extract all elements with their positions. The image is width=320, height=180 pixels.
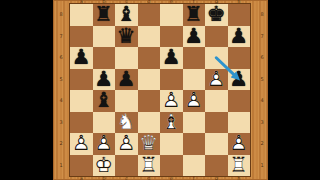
square-g2[interactable] xyxy=(205,133,228,155)
square-b4[interactable]: ♝ xyxy=(93,90,116,112)
square-f5[interactable] xyxy=(183,69,206,91)
black-piece-fill: ♝ xyxy=(115,4,138,26)
square-f2[interactable] xyxy=(183,133,206,155)
square-g8[interactable]: ♚ xyxy=(205,4,228,26)
square-d8[interactable] xyxy=(138,4,161,26)
square-a2[interactable]: ♟♙ xyxy=(70,133,93,155)
piece-black-pawn[interactable]: ♟ xyxy=(183,26,206,48)
white-piece-outline: ♙ xyxy=(183,90,206,112)
square-b1[interactable]: ♚♔ xyxy=(93,155,116,177)
square-d5[interactable] xyxy=(138,69,161,91)
square-e1[interactable] xyxy=(160,155,183,177)
white-piece-outline: ♕ xyxy=(138,133,161,155)
white-piece-outline: ♘ xyxy=(115,112,138,134)
square-e2[interactable] xyxy=(160,133,183,155)
square-g6[interactable] xyxy=(205,47,228,69)
piece-white-knight[interactable]: ♞♘ xyxy=(115,112,138,134)
piece-white-bishop[interactable]: ♝♗ xyxy=(160,112,183,134)
square-d7[interactable] xyxy=(138,26,161,48)
black-piece-fill: ♟ xyxy=(228,69,251,91)
black-piece-fill: ♛ xyxy=(115,26,138,48)
square-b2[interactable]: ♟♙ xyxy=(93,133,116,155)
piece-white-rook[interactable]: ♜♖ xyxy=(138,155,161,177)
square-h1[interactable]: ♜♖ xyxy=(228,155,251,177)
piece-white-pawn[interactable]: ♟♙ xyxy=(228,133,251,155)
piece-white-pawn[interactable]: ♟♙ xyxy=(205,69,228,91)
square-h2[interactable]: ♟♙ xyxy=(228,133,251,155)
square-f7[interactable]: ♟ xyxy=(183,26,206,48)
square-e6[interactable]: ♟ xyxy=(160,47,183,69)
piece-white-pawn[interactable]: ♟♙ xyxy=(93,133,116,155)
square-b3[interactable] xyxy=(93,112,116,134)
chess-board[interactable]: ♜♝♜♚♛♟♟♟♟♟♟♟♙♟♝♟♙♟♙♞♘♝♗♟♙♟♙♟♙♛♕♟♙♚♔♜♖♜♖ xyxy=(70,4,250,176)
square-c4[interactable] xyxy=(115,90,138,112)
square-a8[interactable] xyxy=(70,4,93,26)
piece-black-pawn[interactable]: ♟ xyxy=(115,69,138,91)
piece-black-rook[interactable]: ♜ xyxy=(93,4,116,26)
piece-black-pawn[interactable]: ♟ xyxy=(70,47,93,69)
white-piece-outline: ♙ xyxy=(160,90,183,112)
square-a6[interactable]: ♟ xyxy=(70,47,93,69)
square-e5[interactable] xyxy=(160,69,183,91)
piece-black-bishop[interactable]: ♝ xyxy=(93,90,116,112)
square-b8[interactable]: ♜ xyxy=(93,4,116,26)
black-piece-fill: ♟ xyxy=(115,69,138,91)
square-c3[interactable]: ♞♘ xyxy=(115,112,138,134)
black-piece-fill: ♟ xyxy=(183,26,206,48)
square-g5[interactable]: ♟♙ xyxy=(205,69,228,91)
black-piece-fill: ♜ xyxy=(183,4,206,26)
piece-white-pawn[interactable]: ♟♙ xyxy=(160,90,183,112)
square-f3[interactable] xyxy=(183,112,206,134)
square-a5[interactable] xyxy=(70,69,93,91)
square-d6[interactable] xyxy=(138,47,161,69)
piece-black-pawn[interactable]: ♟ xyxy=(160,47,183,69)
black-piece-fill: ♟ xyxy=(228,26,251,48)
black-piece-fill: ♟ xyxy=(160,47,183,69)
square-b7[interactable] xyxy=(93,26,116,48)
square-a3[interactable] xyxy=(70,112,93,134)
piece-white-rook[interactable]: ♜♖ xyxy=(228,155,251,177)
black-piece-fill: ♟ xyxy=(93,69,116,91)
square-g3[interactable] xyxy=(205,112,228,134)
square-e8[interactable] xyxy=(160,4,183,26)
square-g7[interactable] xyxy=(205,26,228,48)
square-e4[interactable]: ♟♙ xyxy=(160,90,183,112)
square-a1[interactable] xyxy=(70,155,93,177)
square-f8[interactable]: ♜ xyxy=(183,4,206,26)
chess-app-stage: ♜♝♜♚♛♟♟♟♟♟♟♟♙♟♝♟♙♟♙♞♘♝♗♟♙♟♙♟♙♛♕♟♙♚♔♜♖♜♖ … xyxy=(0,0,320,180)
piece-black-king[interactable]: ♚ xyxy=(205,4,228,26)
square-d1[interactable]: ♜♖ xyxy=(138,155,161,177)
square-b5[interactable]: ♟ xyxy=(93,69,116,91)
square-f1[interactable] xyxy=(183,155,206,177)
black-piece-fill: ♝ xyxy=(93,90,116,112)
square-c1[interactable] xyxy=(115,155,138,177)
square-h7[interactable]: ♟ xyxy=(228,26,251,48)
white-piece-outline: ♙ xyxy=(115,133,138,155)
square-c8[interactable]: ♝ xyxy=(115,4,138,26)
square-f6[interactable] xyxy=(183,47,206,69)
square-b6[interactable] xyxy=(93,47,116,69)
piece-white-pawn[interactable]: ♟♙ xyxy=(183,90,206,112)
square-d4[interactable] xyxy=(138,90,161,112)
square-h5[interactable]: ♟ xyxy=(228,69,251,91)
square-c2[interactable]: ♟♙ xyxy=(115,133,138,155)
piece-white-queen[interactable]: ♛♕ xyxy=(138,133,161,155)
square-d2[interactable]: ♛♕ xyxy=(138,133,161,155)
square-h8[interactable] xyxy=(228,4,251,26)
black-piece-fill: ♚ xyxy=(205,4,228,26)
piece-black-pawn[interactable]: ♟ xyxy=(228,69,251,91)
black-piece-fill: ♟ xyxy=(70,47,93,69)
square-g4[interactable] xyxy=(205,90,228,112)
white-piece-outline: ♖ xyxy=(138,155,161,177)
white-piece-outline: ♖ xyxy=(228,155,251,177)
square-f4[interactable]: ♟♙ xyxy=(183,90,206,112)
white-piece-outline: ♙ xyxy=(93,133,116,155)
square-c5[interactable]: ♟ xyxy=(115,69,138,91)
square-a7[interactable] xyxy=(70,26,93,48)
square-e3[interactable]: ♝♗ xyxy=(160,112,183,134)
square-h6[interactable] xyxy=(228,47,251,69)
square-h3[interactable] xyxy=(228,112,251,134)
piece-black-bishop[interactable]: ♝ xyxy=(115,4,138,26)
white-piece-outline: ♗ xyxy=(160,112,183,134)
white-piece-outline: ♙ xyxy=(70,133,93,155)
piece-black-rook[interactable]: ♜ xyxy=(183,4,206,26)
square-d3[interactable] xyxy=(138,112,161,134)
piece-white-king[interactable]: ♚♔ xyxy=(93,155,116,177)
white-piece-outline: ♔ xyxy=(93,155,116,177)
square-c7[interactable]: ♛ xyxy=(115,26,138,48)
piece-black-pawn[interactable]: ♟ xyxy=(93,69,116,91)
square-a4[interactable] xyxy=(70,90,93,112)
white-piece-outline: ♙ xyxy=(228,133,251,155)
white-piece-outline: ♙ xyxy=(205,69,228,91)
square-e7[interactable] xyxy=(160,26,183,48)
piece-black-pawn[interactable]: ♟ xyxy=(228,26,251,48)
black-piece-fill: ♜ xyxy=(93,4,116,26)
square-g1[interactable] xyxy=(205,155,228,177)
piece-white-pawn[interactable]: ♟♙ xyxy=(70,133,93,155)
square-h4[interactable] xyxy=(228,90,251,112)
piece-black-queen[interactable]: ♛ xyxy=(115,26,138,48)
square-c6[interactable] xyxy=(115,47,138,69)
piece-white-pawn[interactable]: ♟♙ xyxy=(115,133,138,155)
